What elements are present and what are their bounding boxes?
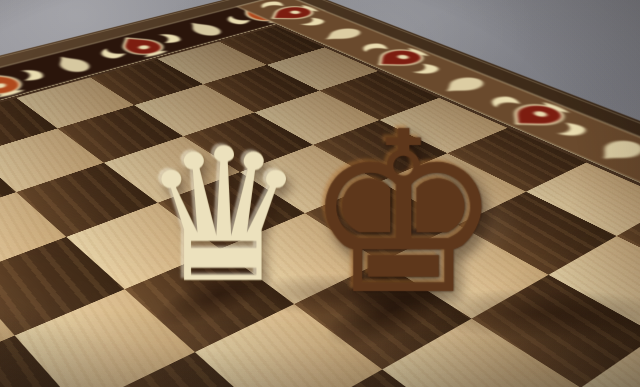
black-king-piece[interactable]: ♚ bbox=[235, 103, 573, 326]
board-3d-plane: ♛ ♚ bbox=[0, 0, 640, 387]
scene: ♛ ♚ bbox=[0, 0, 640, 387]
